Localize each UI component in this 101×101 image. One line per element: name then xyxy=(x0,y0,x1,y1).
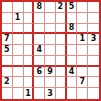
cell-r5c7[interactable] xyxy=(67,45,78,56)
cell-r3c5[interactable] xyxy=(45,24,56,35)
cell-r4c2[interactable] xyxy=(13,34,24,45)
given-r1c7[interactable]: 5 xyxy=(67,2,78,13)
cell-r9c2[interactable] xyxy=(13,88,24,99)
cell-r2c8[interactable] xyxy=(77,13,88,24)
cell-r7c9[interactable] xyxy=(88,67,99,78)
given-r5c4[interactable]: 4 xyxy=(34,45,45,56)
cell-r9c4[interactable] xyxy=(34,88,45,99)
cell-r6c9[interactable] xyxy=(88,56,99,67)
cell-r3c6[interactable] xyxy=(56,24,67,35)
cell-r8c5[interactable] xyxy=(45,77,56,88)
cell-r3c9[interactable] xyxy=(88,24,99,35)
cell-r7c6[interactable] xyxy=(56,67,67,78)
cell-r6c1[interactable] xyxy=(2,56,13,67)
cell-r3c2[interactable] xyxy=(13,24,24,35)
cell-r1c9[interactable] xyxy=(88,2,99,13)
cell-r1c1[interactable] xyxy=(2,2,13,13)
cell-r5c9[interactable] xyxy=(88,45,99,56)
cell-r3c3[interactable] xyxy=(24,24,35,35)
given-r5c1[interactable]: 5 xyxy=(2,45,13,56)
cell-r2c1[interactable] xyxy=(2,13,13,24)
given-r8c8[interactable]: 7 xyxy=(77,77,88,88)
cell-r4c4[interactable] xyxy=(34,34,45,45)
cell-r5c5[interactable] xyxy=(45,45,56,56)
cell-r5c2[interactable] xyxy=(13,45,24,56)
cell-r2c6[interactable] xyxy=(56,13,67,24)
cell-r2c5[interactable] xyxy=(45,13,56,24)
given-r7c4[interactable]: 6 xyxy=(34,67,45,78)
cell-r8c2[interactable] xyxy=(13,77,24,88)
cell-r4c7[interactable] xyxy=(67,34,78,45)
cell-r7c3[interactable] xyxy=(24,67,35,78)
cell-r1c3[interactable] xyxy=(24,2,35,13)
cell-r8c4[interactable] xyxy=(34,77,45,88)
sudoku-board: 82518713546942713 xyxy=(0,0,101,101)
given-r4c1[interactable]: 7 xyxy=(2,34,13,45)
cell-r8c6[interactable] xyxy=(56,77,67,88)
cell-r6c7[interactable] xyxy=(67,56,78,67)
cell-r3c4[interactable] xyxy=(34,24,45,35)
cell-r6c4[interactable] xyxy=(34,56,45,67)
cell-r1c2[interactable] xyxy=(13,2,24,13)
cell-r4c5[interactable] xyxy=(45,34,56,45)
cell-r7c2[interactable] xyxy=(13,67,24,78)
given-r1c4[interactable]: 8 xyxy=(34,2,45,13)
cell-r1c8[interactable] xyxy=(77,2,88,13)
given-r8c1[interactable]: 2 xyxy=(2,77,13,88)
cell-r3c1[interactable] xyxy=(2,24,13,35)
given-r4c8[interactable]: 1 xyxy=(77,34,88,45)
cell-r5c6[interactable] xyxy=(56,45,67,56)
cell-r2c3[interactable] xyxy=(24,13,35,24)
given-r9c5[interactable]: 3 xyxy=(45,88,56,99)
cell-r1c5[interactable] xyxy=(45,2,56,13)
given-r7c5[interactable]: 9 xyxy=(45,67,56,78)
cell-r6c3[interactable] xyxy=(24,56,35,67)
cell-r6c6[interactable] xyxy=(56,56,67,67)
given-r3c7[interactable]: 8 xyxy=(67,24,78,35)
cell-r4c3[interactable] xyxy=(24,34,35,45)
cell-r6c5[interactable] xyxy=(45,56,56,67)
cell-r6c8[interactable] xyxy=(77,56,88,67)
cell-r9c7[interactable] xyxy=(67,88,78,99)
cell-r2c4[interactable] xyxy=(34,13,45,24)
given-r1c6[interactable]: 2 xyxy=(56,2,67,13)
cell-r3c8[interactable] xyxy=(77,24,88,35)
given-r2c2[interactable]: 1 xyxy=(13,13,24,24)
cell-r8c9[interactable] xyxy=(88,77,99,88)
cell-r2c7[interactable] xyxy=(67,13,78,24)
given-r7c7[interactable]: 4 xyxy=(67,67,78,78)
cell-r9c1[interactable] xyxy=(2,88,13,99)
cell-r6c2[interactable] xyxy=(13,56,24,67)
cell-r7c8[interactable] xyxy=(77,67,88,78)
cell-r8c7[interactable] xyxy=(67,77,78,88)
given-r4c9[interactable]: 3 xyxy=(88,34,99,45)
cell-r9c6[interactable] xyxy=(56,88,67,99)
cell-r9c8[interactable] xyxy=(77,88,88,99)
cell-r2c9[interactable] xyxy=(88,13,99,24)
cell-r8c3[interactable] xyxy=(24,77,35,88)
cell-r4c6[interactable] xyxy=(56,34,67,45)
cell-r5c8[interactable] xyxy=(77,45,88,56)
cell-r9c9[interactable] xyxy=(88,88,99,99)
given-r9c3[interactable]: 1 xyxy=(24,88,35,99)
cell-r7c1[interactable] xyxy=(2,67,13,78)
cell-r5c3[interactable] xyxy=(24,45,35,56)
